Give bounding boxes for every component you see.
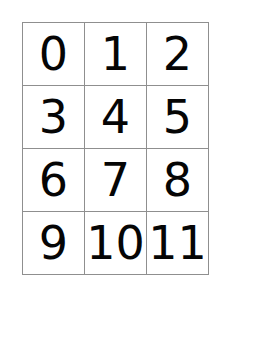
grid-cell: 0 bbox=[23, 23, 85, 86]
grid-cell: 7 bbox=[85, 149, 147, 212]
grid-cell: 5 bbox=[147, 86, 209, 149]
grid-cell: 4 bbox=[85, 86, 147, 149]
grid-cell: 10 bbox=[85, 212, 147, 275]
grid-cell: 8 bbox=[147, 149, 209, 212]
grid-cell: 2 bbox=[147, 23, 209, 86]
grid-cell: 11 bbox=[147, 212, 209, 275]
grid-cell: 1 bbox=[85, 23, 147, 86]
number-grid: 01234567891011 bbox=[22, 22, 209, 275]
grid-cell: 9 bbox=[23, 212, 85, 275]
grid-cell: 6 bbox=[23, 149, 85, 212]
grid-cell: 3 bbox=[23, 86, 85, 149]
